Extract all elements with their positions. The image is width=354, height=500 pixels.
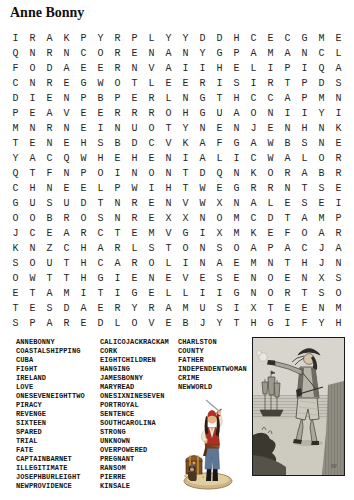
grid-cell: Y [313,317,330,332]
grid-cell: E [279,197,296,212]
grid-cell: H [296,121,313,136]
grid-cell: B [279,136,296,151]
grid-cell: S [296,197,313,212]
grid-cell: B [109,136,126,151]
grid-cell: S [92,212,109,227]
grid-cell: L [245,61,262,76]
grid-cell: Q [7,46,24,61]
grid-cell: E [330,182,347,197]
grid-cell: A [160,61,177,76]
grid-cell: A [41,317,58,332]
grid-cell: M [177,302,194,317]
grid-cell: E [24,302,41,317]
grid-cell: N [58,91,75,106]
grid-cell: Z [41,242,58,257]
grid-cell: A [330,242,347,257]
word-item: SIXTEEN [16,419,85,428]
grid-cell: H [177,106,194,121]
grid-cell: T [160,121,177,136]
grid-cell: D [58,302,75,317]
grid-cell: C [279,31,296,46]
grid-cell: I [109,166,126,181]
grid-cell: P [296,76,313,91]
word-item: NEWPROVIDENCE [16,482,85,491]
grid-cell: E [296,302,313,317]
grid-cell: P [109,91,126,106]
grid-cell: K [245,166,262,181]
grid-cell: I [177,61,194,76]
grid-cell: C [296,242,313,257]
grid-cell: G [194,106,211,121]
grid-cell: A [330,61,347,76]
grid-cell: O [7,272,24,287]
grid-cell: G [228,136,245,151]
grid-cell: I [7,31,24,46]
grid-cell: N [160,151,177,166]
grid-cell: D [92,317,109,332]
grid-cell: E [58,76,75,91]
grid-cell: C [262,91,279,106]
word-item: ILLEGITIMATE [16,464,85,473]
grid-cell: V [177,197,194,212]
grid-cell: E [126,91,143,106]
grid-cell: S [296,136,313,151]
grid-cell: C [245,91,262,106]
grid-cell: A [41,106,58,121]
grid-cell: H [211,61,228,76]
grid-cell: Y [7,151,24,166]
word-item: JAMESBONNY [100,374,169,383]
grid-cell: S [313,182,330,197]
grid-cell: P [7,106,24,121]
grid-cell: R [143,302,160,317]
grid-cell: N [177,46,194,61]
word-item: ANNEBONNY [16,338,85,347]
grid-cell: M [228,227,245,242]
grid-cell: H [75,272,92,287]
grid-cell: O [7,212,24,227]
grid-cell: T [228,317,245,332]
word-item: FATE [16,446,85,455]
grid-cell: S [228,76,245,91]
grid-cell: E [194,272,211,287]
grid-cell: N [41,136,58,151]
grid-cell: M [58,287,75,302]
grid-cell: E [279,302,296,317]
grid-cell: O [245,106,262,121]
grid-cell: S [7,317,24,332]
grid-cell: H [126,151,143,166]
grid-cell: S [7,257,24,272]
grid-cell: R [279,287,296,302]
grid-cell: T [7,136,24,151]
grid-cell: I [279,317,296,332]
grid-cell: T [24,166,41,181]
grid-cell: E [92,106,109,121]
grid-cell: E [126,272,143,287]
grid-cell: L [143,76,160,91]
grid-cell: N [24,46,41,61]
grid-cell: Y [92,31,109,46]
grid-cell: A [245,46,262,61]
word-item: SOUTHCAROLINA [100,419,169,428]
grid-cell: E [160,272,177,287]
grid-cell: C [7,182,24,197]
grid-cell: R [41,76,58,91]
grid-cell: G [228,287,245,302]
grid-cell: E [41,91,58,106]
grid-cell: D [7,91,24,106]
grid-cell: X [211,197,228,212]
grid-cell: U [58,197,75,212]
grid-cell: X [245,302,262,317]
grid-cell: X [160,212,177,227]
grid-cell: M [330,302,347,317]
grid-cell: G [194,91,211,106]
word-item: PREGNANT [100,455,169,464]
grid-cell: F [7,61,24,76]
grid-cell: E [262,31,279,46]
grid-cell: C [313,46,330,61]
grid-cell: T [296,182,313,197]
grid-cell: O [24,61,41,76]
grid-cell: E [228,257,245,272]
grid-cell: N [160,197,177,212]
grid-cell: M [7,121,24,136]
grid-cell: I [75,287,92,302]
grid-cell: P [296,91,313,106]
grid-cell: E [211,182,228,197]
grid-cell: T [160,242,177,257]
word-item: ONESIXNINESEVEN [100,392,169,401]
grid-cell: E [58,136,75,151]
grid-cell: H [75,242,92,257]
grid-cell: E [92,61,109,76]
grid-cell: R [126,106,143,121]
word-list-column-1: ANNEBONNYCOASTALSHIPPINGCUBAFIGHTIRELAND… [16,338,85,491]
grid-cell: M [228,212,245,227]
grid-cell: N [58,166,75,181]
grid-cell: T [58,272,75,287]
grid-cell: D [262,212,279,227]
word-item: CORK [100,347,169,356]
grid-cell: T [126,76,143,91]
grid-cell: T [92,287,109,302]
grid-cell: N [24,76,41,91]
grid-cell: V [58,106,75,121]
grid-cell: B [41,212,58,227]
grid-cell: J [7,227,24,242]
grid-cell: E [75,182,92,197]
grid-cell: N [313,136,330,151]
grid-cell: D [194,31,211,46]
grid-cell: P [330,212,347,227]
grid-cell: E [279,272,296,287]
grid-cell: Y [177,31,194,46]
grid-cell: W [194,197,211,212]
word-grid: IRAKPYRPLYYDDHCECGMEQNRNCORENANYGPAMANCL… [7,31,347,332]
word-item: FIGHT [16,365,85,374]
grid-cell: N [160,166,177,181]
grid-cell: R [58,317,75,332]
grid-cell: T [58,257,75,272]
grid-cell: E [24,136,41,151]
grid-cell: R [109,302,126,317]
grid-cell: N [228,197,245,212]
word-item: CAPTAINBARNET [16,455,85,464]
grid-cell: D [126,136,143,151]
grid-cell: R [24,31,41,46]
grid-cell: E [126,227,143,242]
grid-cell: R [41,46,58,61]
word-item: PIRACY [16,401,85,410]
grid-cell: I [24,91,41,106]
grid-cell: C [245,151,262,166]
grid-cell: O [24,212,41,227]
word-item: ONESEVENEIGHTTWO [16,392,85,401]
grid-cell: G [177,227,194,242]
grid-cell: R [143,91,160,106]
grid-cell: E [330,136,347,151]
grid-cell: Y [160,31,177,46]
grid-cell: K [330,121,347,136]
grid-cell: J [313,242,330,257]
grid-cell: T [279,76,296,91]
grid-cell: T [7,302,24,317]
grid-cell: L [296,151,313,166]
grid-cell: A [279,242,296,257]
word-item: CUBA [16,356,85,365]
grid-cell: I [296,106,313,121]
word-item: JOSEPHBURLEIGHT [16,473,85,482]
grid-cell: U [41,257,58,272]
grid-cell: R [194,76,211,91]
word-item: SENTENCE [100,410,169,419]
grid-cell: S [143,242,160,257]
grid-cell: X [211,227,228,242]
grid-cell: N [296,272,313,287]
grid-cell: N [194,121,211,136]
grid-cell: I [143,182,160,197]
word-item: STRONG [100,428,169,437]
grid-cell: N [279,121,296,136]
grid-cell: I [211,287,228,302]
grid-cell: S [330,272,347,287]
grid-cell: O [177,242,194,257]
grid-cell: A [313,227,330,242]
word-item: COASTALSHIPPING [16,347,85,356]
grid-cell: J [245,121,262,136]
word-item: REVENGE [16,410,85,419]
grid-cell: H [75,136,92,151]
grid-cell: O [143,166,160,181]
grid-cell: N [109,197,126,212]
grid-cell: T [211,91,228,106]
grid-cell: C [7,76,24,91]
word-item: NEWWORLD [178,383,247,392]
grid-cell: R [41,121,58,136]
grid-cell: P [126,31,143,46]
grid-cell: P [262,242,279,257]
grid-cell: O [143,257,160,272]
grid-cell: G [262,317,279,332]
grid-cell: U [194,302,211,317]
grid-cell: E [330,31,347,46]
grid-cell: L [143,31,160,46]
grid-cell: Y [194,46,211,61]
word-item: IRELAND [16,374,85,383]
grid-cell: N [313,121,330,136]
grid-cell: S [313,287,330,302]
grid-cell: R [75,227,92,242]
grid-cell: X [313,272,330,287]
grid-cell: O [330,287,347,302]
word-item: COUNTY [178,347,247,356]
grid-cell: V [143,61,160,76]
grid-cell: P [109,182,126,197]
grid-cell: E [313,197,330,212]
grid-cell: E [177,76,194,91]
grid-cell: E [41,227,58,242]
grid-cell: E [24,106,41,121]
grid-cell: L [126,242,143,257]
word-item: HANGING [100,365,169,374]
grid-cell: E [92,302,109,317]
grid-cell: C [143,136,160,151]
grid-cell: V [160,136,177,151]
grid-cell: O [109,76,126,91]
grid-cell: A [245,242,262,257]
grid-cell: B [92,91,109,106]
grid-cell: Q [58,151,75,166]
grid-cell: U [211,106,228,121]
grid-cell: N [194,212,211,227]
grid-cell: I [228,151,245,166]
word-item: UNKNOWN [100,437,169,446]
grid-cell: G [126,287,143,302]
grid-cell: O [126,317,143,332]
anne-bonny-engraving-image [252,337,345,476]
grid-cell: K [177,136,194,151]
grid-cell: T [279,212,296,227]
grid-cell: W [92,76,109,91]
grid-cell: K [245,227,262,242]
grid-cell: E [228,61,245,76]
grid-cell: S [92,136,109,151]
grid-cell: E [143,197,160,212]
grid-cell: E [228,272,245,287]
word-item: TRIAL [16,437,85,446]
grid-cell: T [262,302,279,317]
grid-cell: N [296,46,313,61]
word-item: SPARED [16,428,85,437]
word-item: EIGHTCHILDREN [100,356,169,365]
grid-cell: T [177,166,194,181]
grid-cell: P [24,317,41,332]
grid-cell: N [228,166,245,181]
grid-cell: E [75,317,92,332]
grid-cell: A [160,46,177,61]
grid-cell: S [330,76,347,91]
grid-cell: X [177,212,194,227]
grid-cell: O [296,227,313,242]
grid-cell: N [330,257,347,272]
grid-cell: E [7,287,24,302]
worksheet: Anne Bonny IRAKPYRPLYYDDHCECGMEQNRNCOREN… [0,0,354,500]
grid-cell: R [279,166,296,181]
word-item: KINSALE [100,482,169,491]
grid-cell: C [245,31,262,46]
grid-cell: P [279,61,296,76]
grid-cell: W [194,182,211,197]
grid-cell: R [126,212,143,227]
grid-cell: N [245,272,262,287]
grid-cell: E [75,121,92,136]
grid-cell: S [211,272,228,287]
word-item: CHARLSTON [178,338,247,347]
grid-cell: H [160,182,177,197]
grid-cell: C [24,227,41,242]
grid-cell: S [211,242,228,257]
grid-cell: H [24,182,41,197]
grid-cell: R [330,151,347,166]
grid-cell: R [109,61,126,76]
grid-cell: E [143,151,160,166]
grid-cell: R [330,166,347,181]
grid-cell: S [211,302,228,317]
grid-cell: E [143,212,160,227]
word-item: PIERRE [100,473,169,482]
grid-cell: I [109,287,126,302]
grid-cell: R [126,197,143,212]
grid-cell: A [92,242,109,257]
grid-cell: W [262,151,279,166]
grid-cell: I [194,287,211,302]
grid-cell: M [245,257,262,272]
grid-cell: W [24,272,41,287]
grid-cell: B [177,317,194,332]
grid-cell: P [228,46,245,61]
grid-cell: L [160,91,177,106]
grid-cell: N [262,257,279,272]
grid-cell: D [194,166,211,181]
word-item: CALICOJACKRACKAM [100,338,169,347]
grid-cell: O [92,46,109,61]
grid-cell: E [58,182,75,197]
grid-cell: T [92,197,109,212]
grid-cell: R [330,227,347,242]
grid-cell: A [109,257,126,272]
grid-cell: L [330,46,347,61]
grid-cell: I [228,302,245,317]
grid-cell: W [262,136,279,151]
grid-cell: V [143,317,160,332]
page-title: Anne Bonny [10,5,84,21]
grid-cell: H [330,317,347,332]
grid-cell: N [177,91,194,106]
grid-cell: A [41,287,58,302]
grid-cell: L [160,257,177,272]
grid-cell: N [41,182,58,197]
grid-cell: I [245,76,262,91]
grid-cell: N [109,121,126,136]
grid-cell: A [279,91,296,106]
word-item: CRIME [178,374,247,383]
grid-cell: Q [211,166,228,181]
grid-cell: H [75,257,92,272]
word-item: PORTROYAL [100,401,169,410]
grid-cell: I [92,121,109,136]
